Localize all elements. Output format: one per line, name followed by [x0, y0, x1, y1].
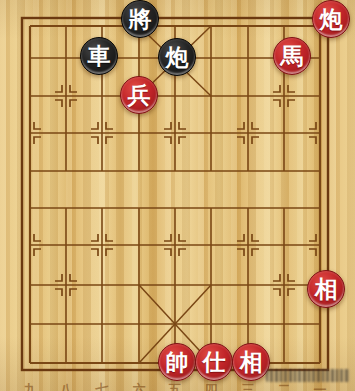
point-marker	[70, 85, 77, 92]
point-marker	[55, 85, 62, 92]
piece-red-cannon[interactable]: 炮	[312, 0, 350, 38]
piece-black-chariot[interactable]: 車	[80, 37, 118, 75]
point-marker	[309, 122, 316, 129]
point-marker	[106, 234, 113, 241]
point-marker	[106, 249, 113, 256]
point-marker	[288, 85, 295, 92]
point-marker	[288, 100, 295, 107]
piece-red-horse[interactable]: 馬	[273, 37, 311, 75]
point-marker	[179, 234, 186, 241]
point-marker	[34, 249, 41, 256]
piece-glyph: 兵	[128, 83, 151, 107]
file-label-2: 八	[55, 381, 77, 391]
point-marker	[237, 234, 244, 241]
xiangqi-board: 將車炮炮馬兵相帥仕相 九八七六五四三二一	[0, 0, 355, 391]
point-marker	[273, 289, 280, 296]
file-label-4: 六	[128, 381, 150, 391]
piece-black-general[interactable]: 將	[121, 0, 159, 38]
point-marker	[164, 249, 171, 256]
piece-glyph: 炮	[166, 45, 189, 69]
point-marker	[252, 137, 259, 144]
point-marker	[179, 249, 186, 256]
piece-glyph: 相	[240, 350, 263, 374]
point-marker	[91, 137, 98, 144]
point-marker	[252, 122, 259, 129]
point-marker	[237, 137, 244, 144]
point-marker	[252, 234, 259, 241]
point-marker	[288, 274, 295, 281]
point-marker	[309, 234, 316, 241]
piece-red-soldier[interactable]: 兵	[120, 76, 158, 114]
point-marker	[91, 249, 98, 256]
point-marker	[288, 289, 295, 296]
point-marker	[34, 137, 41, 144]
file-label-9: 一	[309, 381, 331, 391]
file-label-3: 七	[91, 381, 113, 391]
point-marker	[309, 137, 316, 144]
point-marker	[55, 100, 62, 107]
piece-glyph: 炮	[320, 7, 343, 31]
point-marker	[252, 249, 259, 256]
piece-glyph: 車	[88, 44, 111, 68]
file-label-1: 九	[19, 381, 41, 391]
point-marker	[164, 122, 171, 129]
point-marker	[91, 122, 98, 129]
file-label-6: 四	[200, 381, 222, 391]
point-marker	[273, 100, 280, 107]
point-marker	[70, 100, 77, 107]
point-marker	[55, 289, 62, 296]
file-label-7: 三	[237, 381, 259, 391]
point-marker	[34, 234, 41, 241]
piece-red-elephant-left[interactable]: 相	[232, 343, 270, 381]
piece-black-cannon[interactable]: 炮	[158, 38, 196, 76]
point-marker	[237, 122, 244, 129]
point-marker	[106, 137, 113, 144]
piece-red-elephant-right[interactable]: 相	[307, 270, 345, 308]
point-marker	[164, 137, 171, 144]
point-marker	[273, 85, 280, 92]
watermark	[266, 369, 350, 382]
piece-glyph: 仕	[203, 350, 226, 374]
point-marker	[55, 274, 62, 281]
piece-glyph: 將	[129, 7, 152, 31]
point-marker	[179, 137, 186, 144]
point-marker	[34, 122, 41, 129]
point-marker	[106, 122, 113, 129]
piece-glyph: 帥	[166, 350, 189, 374]
point-marker	[179, 122, 186, 129]
point-marker	[91, 234, 98, 241]
point-marker	[309, 249, 316, 256]
piece-red-general[interactable]: 帥	[158, 343, 196, 381]
point-marker	[70, 289, 77, 296]
piece-glyph: 相	[315, 277, 338, 301]
point-marker	[237, 249, 244, 256]
file-label-8: 二	[273, 381, 295, 391]
point-marker	[70, 274, 77, 281]
point-marker	[164, 234, 171, 241]
piece-red-advisor[interactable]: 仕	[195, 343, 233, 381]
piece-glyph: 馬	[281, 44, 304, 68]
point-marker	[273, 274, 280, 281]
file-label-5: 五	[164, 381, 186, 391]
